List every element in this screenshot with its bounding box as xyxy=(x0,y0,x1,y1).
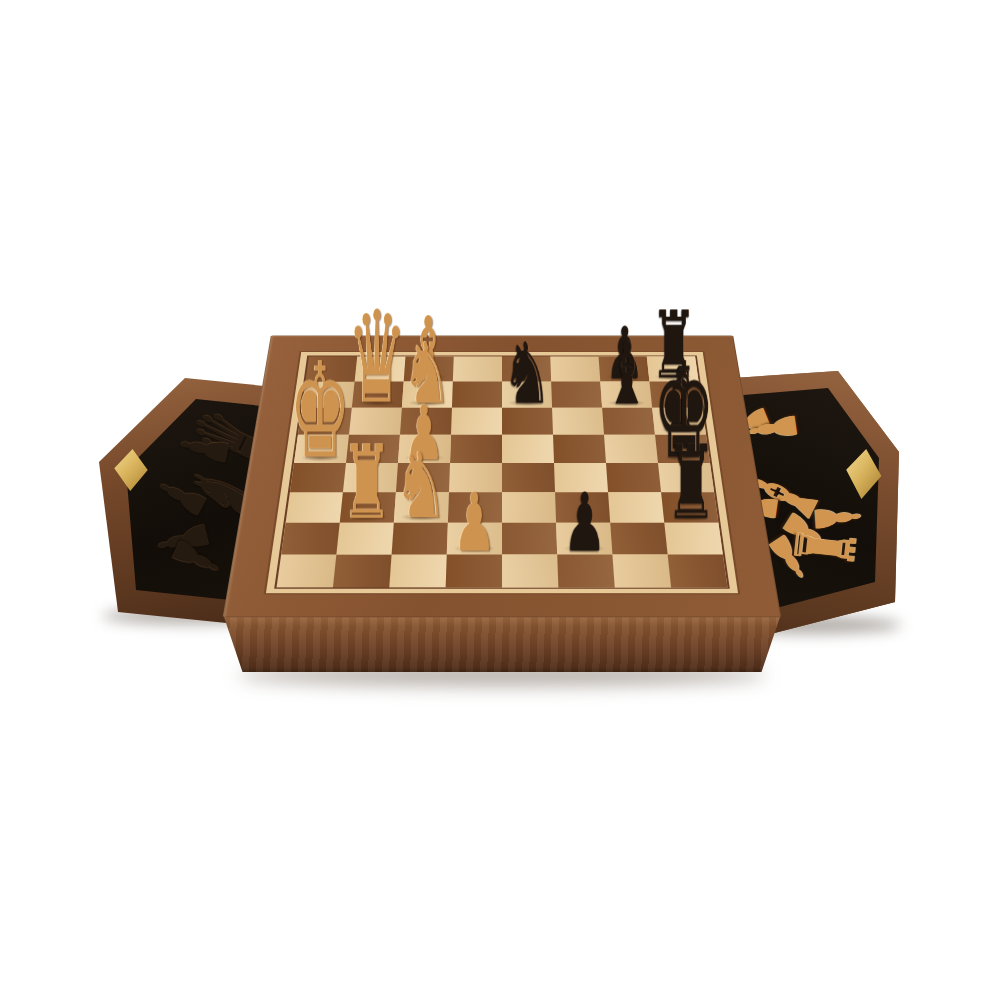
board-square-g5[interactable] xyxy=(604,435,658,463)
dark-bishop-g7[interactable]: ♝ xyxy=(605,340,648,408)
board-square-c2[interactable] xyxy=(392,523,448,555)
dark-knight-e7[interactable]: ♞ xyxy=(502,341,552,407)
board-square-f6[interactable] xyxy=(552,408,604,435)
board-square-b2[interactable] xyxy=(336,523,393,555)
board-square-c3[interactable]: ♞ xyxy=(394,492,449,522)
board-square-e2[interactable] xyxy=(502,523,557,555)
board-square-h2[interactable] xyxy=(664,523,723,555)
board-square-c1[interactable] xyxy=(389,554,447,587)
board-square-f8[interactable] xyxy=(550,356,600,381)
board-square-d2[interactable]: ♟ xyxy=(447,523,502,555)
light-rook-b3[interactable]: ♜ xyxy=(341,443,392,522)
dark-rook-h3[interactable]: ♜ xyxy=(666,443,717,522)
board-square-g2[interactable] xyxy=(610,523,667,555)
product-photo: chess ♛♟♞♟♟♟ ♟♟♝♟♟♜♟♟ ♝♟♜♛♞♞♝♝♚♟♚♜♞♜♟♟ xyxy=(0,0,1000,1000)
board-square-d8[interactable] xyxy=(453,356,502,381)
board-square-f7[interactable] xyxy=(551,382,602,408)
board-square-b7[interactable]: ♛ xyxy=(352,382,404,408)
board-square-e3[interactable] xyxy=(502,492,556,522)
board-square-g6[interactable] xyxy=(602,408,655,435)
captured-light-pawn[interactable]: ♟ xyxy=(804,502,868,534)
light-knight-c3[interactable]: ♞ xyxy=(394,451,448,522)
board-square-f2[interactable]: ♟ xyxy=(556,523,612,555)
board-tilt-plane: ♝♟♜♛♞♞♝♝♚♟♚♜♞♜♟♟ xyxy=(223,335,782,617)
board-square-d6[interactable] xyxy=(451,408,502,435)
board-square-d1[interactable] xyxy=(446,554,502,587)
chess-board: ♝♟♜♛♞♞♝♝♚♟♚♜♞♜♟♟ xyxy=(274,355,730,588)
board-square-e4[interactable] xyxy=(502,463,555,492)
board-square-f5[interactable] xyxy=(553,435,606,463)
board-square-h1[interactable] xyxy=(668,554,728,587)
board-square-d5[interactable] xyxy=(450,435,502,463)
board-scene: ♝♟♜♛♞♞♝♝♚♟♚♜♞♜♟♟ xyxy=(249,210,755,716)
light-queen-b7[interactable]: ♛ xyxy=(347,308,406,407)
board-square-a4[interactable] xyxy=(290,463,346,492)
board-square-e1[interactable] xyxy=(502,554,558,587)
board-frame: ♝♟♜♛♞♞♝♝♚♟♚♜♞♜♟♟ xyxy=(223,335,782,617)
board-border-strip: ♝♟♜♛♞♞♝♝♚♟♚♜♞♜♟♟ xyxy=(264,351,741,594)
board-square-d7[interactable] xyxy=(452,382,502,408)
board-square-e5[interactable] xyxy=(502,435,554,463)
board-square-f1[interactable] xyxy=(557,554,615,587)
board-square-a2[interactable] xyxy=(281,523,340,555)
board-square-a3[interactable] xyxy=(286,492,343,522)
board-square-g3[interactable] xyxy=(608,492,664,522)
board-square-b1[interactable] xyxy=(333,554,392,587)
board-square-g4[interactable] xyxy=(606,463,661,492)
light-pawn-d2[interactable]: ♟ xyxy=(453,491,496,554)
board-square-e7[interactable]: ♞ xyxy=(502,382,552,408)
board-square-g7[interactable]: ♝ xyxy=(600,382,652,408)
board-square-g1[interactable] xyxy=(612,554,671,587)
dark-pawn-f2[interactable]: ♟ xyxy=(563,491,606,554)
board-square-h3[interactable]: ♜ xyxy=(661,492,718,522)
board-square-e6[interactable] xyxy=(502,408,553,435)
board-square-a1[interactable] xyxy=(277,554,337,587)
board-square-b3[interactable]: ♜ xyxy=(340,492,396,522)
